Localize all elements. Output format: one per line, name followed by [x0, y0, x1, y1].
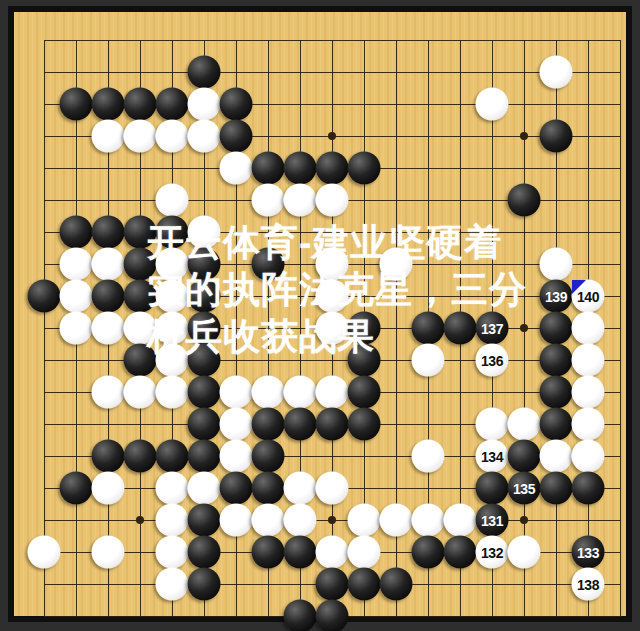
- white-stone: [124, 120, 157, 153]
- black-stone: [252, 440, 285, 473]
- black-stone: [508, 440, 541, 473]
- white-stone: [252, 184, 285, 217]
- white-stone: [252, 376, 285, 409]
- black-stone: [188, 408, 221, 441]
- black-stone: [348, 568, 381, 601]
- white-stone: [476, 88, 509, 121]
- black-stone: [188, 376, 221, 409]
- white-stone: [156, 120, 189, 153]
- black-stone: [92, 88, 125, 121]
- black-stone: [156, 440, 189, 473]
- white-stone: [380, 504, 413, 537]
- white-stone: [348, 504, 381, 537]
- black-stone: [92, 280, 125, 313]
- white-stone: [572, 344, 605, 377]
- watermark-text: 开云体育-建业坚硬着 实的执阵法克星，三分 析兵收获战果: [147, 219, 547, 360]
- white-stone: [220, 152, 253, 185]
- white-stone: [316, 184, 349, 217]
- black-stone: [28, 280, 61, 313]
- black-stone: [188, 56, 221, 89]
- black-stone: [284, 152, 317, 185]
- white-stone: [284, 504, 317, 537]
- star-point: [520, 132, 528, 140]
- black-stone: [284, 536, 317, 569]
- white-stone: [156, 568, 189, 601]
- black-stone: [412, 536, 445, 569]
- white-stone: [156, 536, 189, 569]
- black-stone: [124, 88, 157, 121]
- white-stone: [188, 472, 221, 505]
- white-stone: [28, 536, 61, 569]
- white-stone: [572, 312, 605, 345]
- black-stone: [252, 472, 285, 505]
- white-stone: [252, 504, 285, 537]
- black-stone: [188, 568, 221, 601]
- black-stone: [60, 216, 93, 249]
- black-stone: [188, 536, 221, 569]
- black-stone: [444, 536, 477, 569]
- black-stone: [348, 408, 381, 441]
- black-stone: [252, 536, 285, 569]
- star-point: [328, 516, 336, 524]
- white-stone: [156, 184, 189, 217]
- black-stone: [540, 472, 573, 505]
- black-stone: [124, 440, 157, 473]
- black-stone: [284, 600, 317, 631]
- move-number: 138: [577, 577, 599, 591]
- black-stone: [188, 440, 221, 473]
- white-stone: [508, 408, 541, 441]
- white-stone: 134: [476, 440, 509, 473]
- white-stone: [540, 440, 573, 473]
- white-stone: [476, 408, 509, 441]
- white-stone: 132: [476, 536, 509, 569]
- black-stone: [156, 88, 189, 121]
- white-stone: [284, 472, 317, 505]
- white-stone: [156, 504, 189, 537]
- black-stone: [316, 408, 349, 441]
- black-stone: 133: [572, 536, 605, 569]
- move-number: 131: [481, 513, 503, 527]
- white-stone: [316, 536, 349, 569]
- black-stone: [508, 184, 541, 217]
- white-stone: [156, 472, 189, 505]
- black-stone: [540, 376, 573, 409]
- white-stone: [92, 376, 125, 409]
- white-stone: 138: [572, 568, 605, 601]
- star-point: [520, 516, 528, 524]
- white-stone: [92, 312, 125, 345]
- black-stone: 131: [476, 504, 509, 537]
- black-stone: [220, 120, 253, 153]
- star-point: [328, 132, 336, 140]
- move-number: 134: [481, 449, 503, 463]
- white-stone: [124, 376, 157, 409]
- black-stone: [348, 376, 381, 409]
- white-stone: [572, 408, 605, 441]
- black-stone: [252, 408, 285, 441]
- white-stone: [156, 376, 189, 409]
- white-stone: [60, 280, 93, 313]
- black-stone: [60, 472, 93, 505]
- white-stone: [348, 536, 381, 569]
- black-stone: [60, 88, 93, 121]
- black-stone: [476, 472, 509, 505]
- last-move-marker: [572, 280, 586, 294]
- black-stone: [348, 152, 381, 185]
- white-stone: [220, 408, 253, 441]
- white-stone: [572, 440, 605, 473]
- black-stone: [316, 568, 349, 601]
- move-number: 133: [577, 545, 599, 559]
- white-stone: [60, 248, 93, 281]
- white-stone: [92, 120, 125, 153]
- white-stone: [92, 248, 125, 281]
- move-number: 132: [481, 545, 503, 559]
- black-stone: [92, 216, 125, 249]
- white-stone: [284, 376, 317, 409]
- white-stone: [188, 120, 221, 153]
- white-stone: [508, 536, 541, 569]
- black-stone: [316, 600, 349, 631]
- black-stone: [540, 120, 573, 153]
- black-stone: [220, 472, 253, 505]
- white-stone: [316, 472, 349, 505]
- black-stone: [572, 472, 605, 505]
- black-stone: [188, 504, 221, 537]
- move-number: 139: [545, 289, 567, 303]
- white-stone: [412, 440, 445, 473]
- black-stone: [380, 568, 413, 601]
- white-stone: [284, 184, 317, 217]
- white-stone: [412, 504, 445, 537]
- white-stone: [92, 536, 125, 569]
- white-stone: [572, 376, 605, 409]
- white-stone: [220, 376, 253, 409]
- move-number: 135: [513, 481, 535, 495]
- black-stone: [252, 152, 285, 185]
- black-stone: [316, 152, 349, 185]
- black-stone: [284, 408, 317, 441]
- black-stone: [92, 440, 125, 473]
- white-stone: [92, 472, 125, 505]
- black-stone: [220, 88, 253, 121]
- white-stone: [220, 440, 253, 473]
- white-stone: [188, 88, 221, 121]
- white-stone: [540, 56, 573, 89]
- white-stone: [60, 312, 93, 345]
- black-stone: 135: [508, 472, 541, 505]
- white-stone: [444, 504, 477, 537]
- white-stone: [220, 504, 253, 537]
- black-stone: [540, 408, 573, 441]
- star-point: [136, 516, 144, 524]
- white-stone: [316, 376, 349, 409]
